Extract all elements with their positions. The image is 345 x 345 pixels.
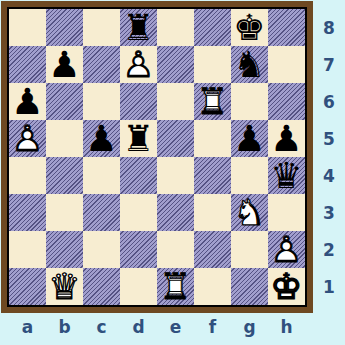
square-d4[interactable] bbox=[120, 157, 157, 194]
square-g5[interactable]: ♟ bbox=[231, 120, 268, 157]
square-e6[interactable] bbox=[157, 83, 194, 120]
rank-label-2: 2 bbox=[313, 231, 345, 268]
white-pawn-h2[interactable]: ♟♙ bbox=[268, 231, 305, 268]
square-a5[interactable]: ♟♙ bbox=[9, 120, 46, 157]
file-label-d: d bbox=[120, 314, 157, 340]
square-a7[interactable] bbox=[9, 46, 46, 83]
square-c3[interactable] bbox=[83, 194, 120, 231]
black-pawn-icon: ♟ bbox=[9, 83, 46, 120]
square-d7[interactable]: ♟♙ bbox=[120, 46, 157, 83]
file-label-f: f bbox=[194, 314, 231, 340]
square-b5[interactable] bbox=[46, 120, 83, 157]
square-f2[interactable] bbox=[194, 231, 231, 268]
square-d8[interactable]: ♜ bbox=[120, 9, 157, 46]
file-label-a: a bbox=[9, 314, 46, 340]
rank-labels: 87654321 bbox=[313, 9, 345, 305]
square-g6[interactable] bbox=[231, 83, 268, 120]
square-e4[interactable] bbox=[157, 157, 194, 194]
square-d3[interactable] bbox=[120, 194, 157, 231]
rank-label-5: 5 bbox=[313, 120, 345, 157]
board-frame: ♜♚♟♟♙♞♟♜♖♟♙♟♜♟♟♛♞♘♟♙♛♕♜♖♚♔ bbox=[1, 1, 313, 313]
square-c8[interactable] bbox=[83, 9, 120, 46]
square-a2[interactable] bbox=[9, 231, 46, 268]
square-f7[interactable] bbox=[194, 46, 231, 83]
square-b3[interactable] bbox=[46, 194, 83, 231]
square-a1[interactable] bbox=[9, 268, 46, 305]
square-h5[interactable]: ♟ bbox=[268, 120, 305, 157]
black-knight-g7[interactable]: ♞ bbox=[231, 46, 268, 83]
white-king-h1[interactable]: ♚♔ bbox=[268, 268, 305, 305]
white-pawn-icon: ♙ bbox=[268, 231, 305, 268]
square-b8[interactable] bbox=[46, 9, 83, 46]
white-king-icon: ♔ bbox=[268, 268, 305, 305]
white-queen-b1[interactable]: ♛♕ bbox=[46, 268, 83, 305]
square-h3[interactable] bbox=[268, 194, 305, 231]
white-rook-icon: ♖ bbox=[194, 83, 231, 120]
black-king-icon: ♚ bbox=[231, 9, 268, 46]
square-b1[interactable]: ♛♕ bbox=[46, 268, 83, 305]
black-pawn-g5[interactable]: ♟ bbox=[231, 120, 268, 157]
square-e3[interactable] bbox=[157, 194, 194, 231]
square-d6[interactable] bbox=[120, 83, 157, 120]
white-knight-icon: ♘ bbox=[231, 194, 268, 231]
white-knight-g3[interactable]: ♞♘ bbox=[231, 194, 268, 231]
white-queen-icon: ♕ bbox=[46, 268, 83, 305]
black-pawn-h5[interactable]: ♟ bbox=[268, 120, 305, 157]
square-a4[interactable] bbox=[9, 157, 46, 194]
square-d5[interactable]: ♜ bbox=[120, 120, 157, 157]
square-h7[interactable] bbox=[268, 46, 305, 83]
file-label-b: b bbox=[46, 314, 83, 340]
square-f4[interactable] bbox=[194, 157, 231, 194]
square-c1[interactable] bbox=[83, 268, 120, 305]
white-rook-f6[interactable]: ♜♖ bbox=[194, 83, 231, 120]
black-rook-icon: ♜ bbox=[120, 9, 157, 46]
square-f8[interactable] bbox=[194, 9, 231, 46]
chess-board: ♜♚♟♟♙♞♟♜♖♟♙♟♜♟♟♛♞♘♟♙♛♕♜♖♚♔ bbox=[7, 7, 307, 307]
square-c5[interactable]: ♟ bbox=[83, 120, 120, 157]
square-d2[interactable] bbox=[120, 231, 157, 268]
black-pawn-a6[interactable]: ♟ bbox=[9, 83, 46, 120]
white-rook-e1[interactable]: ♜♖ bbox=[157, 268, 194, 305]
black-king-g8[interactable]: ♚ bbox=[231, 9, 268, 46]
square-g2[interactable] bbox=[231, 231, 268, 268]
square-g4[interactable] bbox=[231, 157, 268, 194]
chess-diagram: ♜♚♟♟♙♞♟♜♖♟♙♟♜♟♟♛♞♘♟♙♛♕♜♖♚♔ abcdefgh 8765… bbox=[0, 0, 345, 345]
white-pawn-icon: ♙ bbox=[9, 120, 46, 157]
square-f3[interactable] bbox=[194, 194, 231, 231]
square-h6[interactable] bbox=[268, 83, 305, 120]
black-pawn-icon: ♟ bbox=[83, 120, 120, 157]
square-h8[interactable] bbox=[268, 9, 305, 46]
file-label-e: e bbox=[157, 314, 194, 340]
square-c6[interactable] bbox=[83, 83, 120, 120]
square-h4[interactable]: ♛ bbox=[268, 157, 305, 194]
square-a3[interactable] bbox=[9, 194, 46, 231]
square-a6[interactable]: ♟ bbox=[9, 83, 46, 120]
rank-label-4: 4 bbox=[313, 157, 345, 194]
file-labels: abcdefgh bbox=[9, 314, 305, 340]
square-b7[interactable]: ♟ bbox=[46, 46, 83, 83]
black-knight-icon: ♞ bbox=[231, 46, 268, 83]
black-pawn-icon: ♟ bbox=[46, 46, 83, 83]
square-c2[interactable] bbox=[83, 231, 120, 268]
square-b4[interactable] bbox=[46, 157, 83, 194]
black-queen-h4[interactable]: ♛ bbox=[268, 157, 305, 194]
rank-label-7: 7 bbox=[313, 46, 345, 83]
black-pawn-icon: ♟ bbox=[268, 120, 305, 157]
square-f6[interactable]: ♜♖ bbox=[194, 83, 231, 120]
white-pawn-a5[interactable]: ♟♙ bbox=[9, 120, 46, 157]
square-f1[interactable] bbox=[194, 268, 231, 305]
square-e7[interactable] bbox=[157, 46, 194, 83]
square-g7[interactable]: ♞ bbox=[231, 46, 268, 83]
square-a8[interactable] bbox=[9, 9, 46, 46]
rank-label-1: 1 bbox=[313, 268, 345, 305]
black-pawn-b7[interactable]: ♟ bbox=[46, 46, 83, 83]
square-h1[interactable]: ♚♔ bbox=[268, 268, 305, 305]
black-pawn-c5[interactable]: ♟ bbox=[83, 120, 120, 157]
square-f5[interactable] bbox=[194, 120, 231, 157]
black-queen-icon: ♛ bbox=[268, 157, 305, 194]
square-c7[interactable] bbox=[83, 46, 120, 83]
file-label-h: h bbox=[268, 314, 305, 340]
square-c4[interactable] bbox=[83, 157, 120, 194]
square-g1[interactable] bbox=[231, 268, 268, 305]
rank-label-8: 8 bbox=[313, 9, 345, 46]
square-g3[interactable]: ♞♘ bbox=[231, 194, 268, 231]
square-b2[interactable] bbox=[46, 231, 83, 268]
rank-label-6: 6 bbox=[313, 83, 345, 120]
square-e5[interactable] bbox=[157, 120, 194, 157]
white-rook-icon: ♖ bbox=[157, 268, 194, 305]
file-label-c: c bbox=[83, 314, 120, 340]
square-d1[interactable] bbox=[120, 268, 157, 305]
square-e1[interactable]: ♜♖ bbox=[157, 268, 194, 305]
black-rook-d5[interactable]: ♜ bbox=[120, 120, 157, 157]
file-label-g: g bbox=[231, 314, 268, 340]
black-rook-icon: ♜ bbox=[120, 120, 157, 157]
white-pawn-d7[interactable]: ♟♙ bbox=[120, 46, 157, 83]
square-b6[interactable] bbox=[46, 83, 83, 120]
square-e8[interactable] bbox=[157, 9, 194, 46]
rank-label-3: 3 bbox=[313, 194, 345, 231]
black-rook-d8[interactable]: ♜ bbox=[120, 9, 157, 46]
square-h2[interactable]: ♟♙ bbox=[268, 231, 305, 268]
square-g8[interactable]: ♚ bbox=[231, 9, 268, 46]
black-pawn-icon: ♟ bbox=[231, 120, 268, 157]
white-pawn-icon: ♙ bbox=[120, 46, 157, 83]
square-e2[interactable] bbox=[157, 231, 194, 268]
